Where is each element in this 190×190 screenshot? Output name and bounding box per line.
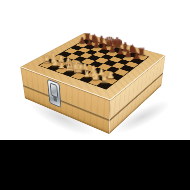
- chess-box-lid: ♜♞♝♛♚♝♞♜♟♟♟♟♟♟♟♟♟♟♟♟♟♟♟♟♜♞♝♛♚♝♞♜: [20, 33, 165, 100]
- box-front-face: [20, 67, 110, 134]
- letterbox-bar: [0, 140, 190, 190]
- product-photo: ♜♞♝♛♚♝♞♜♟♟♟♟♟♟♟♟♟♟♟♟♟♟♟♟♜♞♝♛♚♝♞♜: [0, 0, 190, 190]
- photo-background: ♜♞♝♛♚♝♞♜♟♟♟♟♟♟♟♟♟♟♟♟♟♟♟♟♜♞♝♛♚♝♞♜: [0, 0, 190, 140]
- metal-clasp: [47, 79, 61, 108]
- clasp-slot: [53, 95, 57, 102]
- scene-3d: ♜♞♝♛♚♝♞♜♟♟♟♟♟♟♟♟♟♟♟♟♟♟♟♟♜♞♝♛♚♝♞♜: [0, 0, 190, 140]
- lid-seam-front: [23, 84, 110, 122]
